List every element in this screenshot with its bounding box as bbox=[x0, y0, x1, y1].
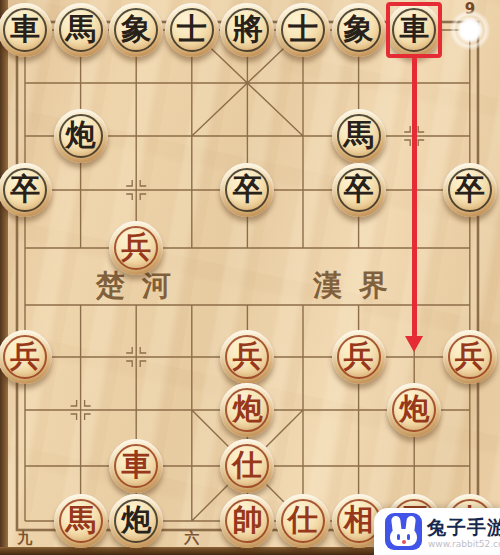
piece-character: 兵 bbox=[344, 341, 374, 371]
piece-black-炮[interactable]: 炮 bbox=[109, 494, 163, 548]
piece-black-卒[interactable]: 卒 bbox=[443, 163, 497, 217]
piece-red-車[interactable]: 車 bbox=[109, 439, 163, 493]
piece-black-象[interactable]: 象 bbox=[332, 3, 386, 57]
piece-character: 相 bbox=[344, 505, 374, 535]
piece-character: 車 bbox=[10, 14, 40, 44]
piece-character: 卒 bbox=[232, 174, 262, 204]
rabbit-logo-icon bbox=[385, 513, 422, 550]
piece-black-卒[interactable]: 卒 bbox=[332, 163, 386, 217]
piece-character: 炮 bbox=[399, 394, 429, 424]
piece-black-馬[interactable]: 馬 bbox=[54, 3, 108, 57]
piece-black-卒[interactable]: 卒 bbox=[220, 163, 274, 217]
piece-character: 馬 bbox=[66, 14, 96, 44]
piece-character: 仕 bbox=[288, 505, 318, 535]
piece-red-仕[interactable]: 仕 bbox=[276, 494, 330, 548]
piece-character: 士 bbox=[177, 14, 207, 44]
piece-red-兵[interactable]: 兵 bbox=[220, 330, 274, 384]
piece-red-炮[interactable]: 炮 bbox=[387, 383, 441, 437]
piece-character: 士 bbox=[288, 14, 318, 44]
piece-character: 卒 bbox=[344, 174, 374, 204]
piece-character: 帥 bbox=[232, 505, 262, 535]
piece-character: 兵 bbox=[232, 341, 262, 371]
move-arrow-head bbox=[405, 336, 423, 352]
piece-black-炮[interactable]: 炮 bbox=[54, 109, 108, 163]
piece-black-車[interactable]: 車 bbox=[0, 3, 52, 57]
xiangqi-game-screen: 楚河 漢界 9 九八七六五四三二一 車馬象士將士象車炮馬卒卒卒卒兵兵兵兵兵炮炮車… bbox=[0, 0, 500, 555]
piece-red-炮[interactable]: 炮 bbox=[220, 383, 274, 437]
piece-red-帥[interactable]: 帥 bbox=[220, 494, 274, 548]
move-arrow-line bbox=[412, 57, 417, 337]
piece-black-卒[interactable]: 卒 bbox=[0, 163, 52, 217]
piece-red-兵[interactable]: 兵 bbox=[109, 221, 163, 275]
highlight-box bbox=[386, 2, 442, 58]
piece-character: 炮 bbox=[232, 394, 262, 424]
piece-character: 兵 bbox=[10, 341, 40, 371]
piece-character: 卒 bbox=[10, 174, 40, 204]
piece-red-兵[interactable]: 兵 bbox=[0, 330, 52, 384]
piece-character: 象 bbox=[344, 14, 374, 44]
piece-black-馬[interactable]: 馬 bbox=[332, 109, 386, 163]
piece-character: 仕 bbox=[232, 450, 262, 480]
piece-character: 炮 bbox=[66, 120, 96, 150]
file-label-bottom: 九 bbox=[8, 529, 42, 548]
piece-character: 象 bbox=[121, 14, 151, 44]
board-frame-left bbox=[0, 0, 8, 555]
piece-red-兵[interactable]: 兵 bbox=[332, 330, 386, 384]
piece-red-仕[interactable]: 仕 bbox=[220, 439, 274, 493]
piece-black-象[interactable]: 象 bbox=[109, 3, 163, 57]
piece-character: 卒 bbox=[455, 174, 485, 204]
piece-character: 馬 bbox=[344, 120, 374, 150]
piece-red-兵[interactable]: 兵 bbox=[443, 330, 497, 384]
piece-character: 兵 bbox=[455, 341, 485, 371]
piece-character: 車 bbox=[121, 450, 151, 480]
file-label-bottom: 六 bbox=[175, 529, 209, 548]
piece-character: 將 bbox=[232, 14, 262, 44]
piece-black-士[interactable]: 士 bbox=[276, 3, 330, 57]
watermark-app-name: 兔子手游 bbox=[427, 515, 500, 541]
river-label-han-jie: 漢界 bbox=[313, 266, 405, 306]
watermark-card: 兔子手游 www.rabbit52.com bbox=[374, 508, 500, 555]
watermark-url: www.rabbit52.com bbox=[428, 539, 500, 549]
file-label-top-9: 9 bbox=[458, 0, 482, 18]
piece-character: 馬 bbox=[66, 505, 96, 535]
piece-character: 炮 bbox=[121, 505, 151, 535]
piece-red-馬[interactable]: 馬 bbox=[54, 494, 108, 548]
piece-character: 兵 bbox=[121, 232, 151, 262]
piece-black-將[interactable]: 將 bbox=[220, 3, 274, 57]
piece-black-士[interactable]: 士 bbox=[165, 3, 219, 57]
